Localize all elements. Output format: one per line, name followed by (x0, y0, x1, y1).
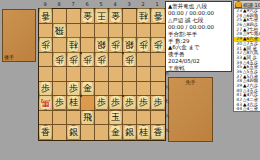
file-label: 4 (108, 0, 122, 8)
board-square: 歩 (137, 96, 151, 111)
board-square (81, 24, 95, 39)
board-square (95, 125, 109, 140)
shogi-kifu-viewer: { "game": "shogi", "app_title": "棋譜 103手… (0, 0, 260, 160)
sente-komadai: 先手 (168, 77, 213, 142)
move-list[interactable]: 23▲9六歩24△6四角25▲6七金26△8四歩27▲7七桂28△9七角成29▲… (234, 9, 260, 111)
board-square: 歩 (67, 53, 81, 68)
shogi-piece-sente: 歩 (53, 95, 66, 110)
shogi-piece-gote: 王 (95, 8, 108, 23)
board-square: 歩 (109, 96, 123, 111)
shogi-piece-sente: 金 (109, 125, 122, 140)
move-text: △4三金 (242, 107, 258, 111)
file-label: 1 (150, 0, 164, 8)
shogi-piece-sente: 香 (39, 125, 52, 140)
board-square (53, 67, 67, 82)
info-line: ▲6六金 まで (168, 44, 231, 51)
info-line: ▲菅井竜也 八段 (168, 3, 231, 10)
move-row[interactable]: 44△4三金 (234, 107, 260, 111)
kifu-window: 棋譜 103手 23▲9六歩24△6四角25▲6七金26△8四歩27▲7七桂28… (233, 0, 260, 112)
board-square (109, 24, 123, 39)
shogi-piece-sente: 桂 (67, 95, 80, 110)
shogi-piece-sente: 歩 (137, 95, 150, 110)
shogi-board: 香金王金桂香飛歩桂銀歩銀歩歩歩歩歩歩歩歩歩金馬歩桂歩歩歩歩歩飛玉香銀金銀桂香 (38, 8, 166, 141)
board-square (53, 125, 67, 140)
board-square: 歩 (53, 53, 67, 68)
shogi-piece-gote: 歩 (39, 37, 52, 52)
board-square: 金 (81, 9, 95, 24)
board-square (151, 82, 165, 97)
board-square (39, 53, 53, 68)
board-square: 歩 (137, 38, 151, 53)
rank-label: 七 (164, 95, 170, 110)
board-square (109, 67, 123, 82)
board-square (137, 53, 151, 68)
board-square (137, 111, 151, 126)
board-square: 香 (39, 9, 53, 24)
star-point (80, 52, 82, 54)
rank-label: 六 (164, 81, 170, 96)
board-square (123, 82, 137, 97)
board-area: 987654321 香金王金桂香飛歩桂銀歩銀歩歩歩歩歩歩歩歩歩金馬歩桂歩歩歩歩歩… (38, 0, 166, 141)
board-square (95, 82, 109, 97)
board-square (67, 24, 81, 39)
shogi-piece-app-icon (235, 1, 242, 8)
gote-komadai-label: 後手 (4, 54, 14, 60)
info-line: 手 数:29 (168, 38, 231, 45)
board-square: 桂 (67, 38, 81, 53)
board-square: 桂 (67, 96, 81, 111)
board-square (109, 53, 123, 68)
board-square (95, 111, 109, 126)
file-label: 7 (66, 0, 80, 8)
board-square (123, 111, 137, 126)
board-square (53, 9, 67, 24)
board-square (67, 111, 81, 126)
shogi-piece-sente: 歩 (109, 95, 122, 110)
board-square (137, 82, 151, 97)
info-line: 00:00 / 00:00:00 (168, 24, 231, 31)
shogi-piece-gote: 金 (109, 8, 122, 23)
shogi-piece-gote: 飛 (53, 23, 66, 38)
board-square: 金 (109, 125, 123, 140)
board-square: 飛 (81, 111, 95, 126)
shogi-piece-gote: 歩 (137, 37, 150, 52)
shogi-piece-gote: 金 (81, 8, 94, 23)
shogi-piece-gote: 馬 (39, 95, 52, 110)
board-square: 歩 (53, 96, 67, 111)
board-square: 歩 (95, 53, 109, 68)
shogi-piece-sente: 飛 (81, 110, 94, 125)
board-square (53, 111, 67, 126)
board-square: 歩 (81, 53, 95, 68)
board-square (81, 38, 95, 53)
shogi-piece-sente: 銀 (67, 125, 80, 140)
board-square: 王 (95, 9, 109, 24)
kifu-window-title: 棋譜 103手 (243, 2, 260, 8)
shogi-piece-gote: 香 (39, 8, 52, 23)
board-square: 歩 (109, 38, 123, 53)
shogi-piece-sente: 歩 (123, 95, 136, 110)
board-square (151, 24, 165, 39)
board-square: 歩 (151, 38, 165, 53)
board-square: 銀 (123, 125, 137, 140)
board-square: 歩 (67, 82, 81, 97)
file-label: 3 (122, 0, 136, 8)
board-square (81, 96, 95, 111)
shogi-piece-gote: 歩 (95, 52, 108, 67)
star-point (122, 52, 124, 54)
board-square (95, 67, 109, 82)
rank-label: 八 (164, 110, 170, 125)
shogi-piece-gote: 歩 (151, 37, 165, 52)
board-square: 香 (151, 9, 165, 24)
board-square: 歩 (39, 82, 53, 97)
shogi-piece-gote: 歩 (109, 37, 122, 52)
board-square (53, 38, 67, 53)
shogi-piece-sente: 歩 (95, 95, 108, 110)
shogi-piece-gote: 桂 (67, 37, 80, 52)
shogi-piece-sente: 香 (151, 125, 165, 140)
shogi-piece-gote: 桂 (137, 8, 150, 23)
board-square: 歩 (39, 38, 53, 53)
board-square: 歩 (95, 96, 109, 111)
info-line: 00:00 / 00:00:00 (168, 10, 231, 17)
file-coordinate-labels: 987654321 (38, 0, 166, 8)
board-square (151, 67, 165, 82)
shogi-piece-gote: 銀 (123, 37, 136, 52)
kifu-titlebar[interactable]: 棋譜 103手 (234, 1, 260, 9)
board-square (67, 9, 81, 24)
board-square (123, 9, 137, 24)
shogi-piece-gote: 香 (151, 8, 165, 23)
shogi-piece-sente: 玉 (109, 110, 122, 125)
board-square (123, 24, 137, 39)
file-label: 2 (136, 0, 150, 8)
board-square (81, 125, 95, 140)
board-square: 桂 (137, 9, 151, 24)
board-square: 桂 (137, 125, 151, 140)
board-square (53, 82, 67, 97)
board-square (39, 24, 53, 39)
rank-label: 九 (164, 124, 170, 139)
info-line: 手合割:平手 (168, 31, 231, 38)
board-square: 香 (39, 125, 53, 140)
board-square (39, 67, 53, 82)
board-square: 銀 (95, 38, 109, 53)
info-line: 王座戦 (168, 65, 231, 72)
star-point (122, 95, 124, 97)
info-line: 後手番 (168, 51, 231, 58)
file-label: 9 (38, 0, 52, 8)
board-square: 馬 (39, 96, 53, 111)
board-square (39, 111, 53, 126)
board-square: 飛 (53, 24, 67, 39)
gote-komadai: 後手 (2, 9, 36, 62)
shogi-piece-gote: 歩 (81, 52, 94, 67)
game-info-panel: ▲菅井竜也 八段00:00 / 00:00:00△戸辺 誠 七段00:00 / … (165, 1, 232, 72)
board-square (137, 67, 151, 82)
board-square: 歩 (151, 96, 165, 111)
star-point (80, 95, 82, 97)
shogi-piece-sente: 歩 (67, 81, 80, 96)
board-square (151, 53, 165, 68)
board-square (151, 111, 165, 126)
file-label: 5 (94, 0, 108, 8)
shogi-piece-sente: 桂 (137, 125, 150, 140)
shogi-piece-sente: 歩 (39, 81, 52, 96)
shogi-piece-gote: 歩 (123, 52, 136, 67)
board-square: 歩 (123, 53, 137, 68)
move-number: 44 (234, 107, 242, 111)
board-square (137, 24, 151, 39)
board-square: 歩 (123, 96, 137, 111)
board-square (81, 67, 95, 82)
info-line: △戸辺 誠 七段 (168, 17, 231, 24)
board-square: 玉 (109, 111, 123, 126)
shogi-piece-sente: 銀 (123, 125, 136, 140)
board-square (95, 24, 109, 39)
board-square: 銀 (123, 38, 137, 53)
shogi-piece-gote: 歩 (53, 52, 66, 67)
shogi-piece-gote: 銀 (95, 37, 108, 52)
shogi-piece-sente: 金 (81, 81, 94, 96)
shogi-piece-gote: 歩 (67, 52, 80, 67)
board-square: 金 (109, 9, 123, 24)
file-label: 8 (52, 0, 66, 8)
board-square (123, 67, 137, 82)
board-square (109, 82, 123, 97)
board-square: 銀 (67, 125, 81, 140)
sente-komadai-label: 先手 (186, 79, 196, 85)
shogi-piece-sente: 歩 (151, 95, 165, 110)
board-square: 金 (81, 82, 95, 97)
info-line: 2024/05/02 (168, 58, 231, 65)
board-square: 香 (151, 125, 165, 140)
board-square (67, 67, 81, 82)
file-label: 6 (80, 0, 94, 8)
